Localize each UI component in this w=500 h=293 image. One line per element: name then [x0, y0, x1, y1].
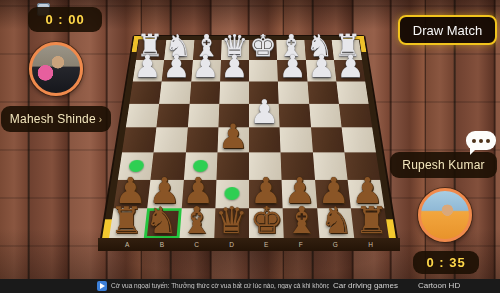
- top-player-timer: 0 : 00: [28, 7, 102, 32]
- square-h2[interactable]: [347, 179, 384, 208]
- square-e5[interactable]: [249, 104, 280, 128]
- square-f2[interactable]: [282, 179, 317, 208]
- chess-board-frame: [101, 36, 397, 245]
- square-c3[interactable]: [183, 153, 217, 180]
- square-a6[interactable]: [129, 81, 161, 103]
- chat-dot: [472, 139, 476, 143]
- square-e8[interactable]: [249, 40, 277, 60]
- square-g6[interactable]: [307, 81, 339, 103]
- square-e1[interactable]: [249, 208, 284, 239]
- ad-link-1[interactable]: Car driving games: [333, 281, 398, 290]
- file-label-H: H: [368, 241, 373, 248]
- chat-dot: [479, 139, 483, 143]
- file-label-B: B: [160, 241, 164, 248]
- square-h5[interactable]: [339, 104, 372, 128]
- draw-match-label: Draw Match: [413, 23, 482, 38]
- top-player-name: Mahesh Shinde: [10, 112, 96, 126]
- square-f3[interactable]: [281, 153, 315, 180]
- chess-board: [109, 40, 389, 239]
- bottom-timer-value: 0 : 35: [426, 255, 465, 270]
- file-label-G: G: [333, 241, 338, 248]
- square-h6[interactable]: [336, 81, 368, 103]
- square-g8[interactable]: [304, 40, 334, 60]
- ad-link-2[interactable]: Cartoon HD: [418, 281, 460, 290]
- square-b4[interactable]: [154, 127, 188, 152]
- square-d6[interactable]: [219, 81, 249, 103]
- bottom-player-avatar: [418, 188, 472, 242]
- square-e3[interactable]: [249, 153, 282, 180]
- square-c2[interactable]: [181, 179, 216, 208]
- square-h4[interactable]: [341, 127, 376, 152]
- square-g7[interactable]: [305, 60, 336, 81]
- chess-game-screen: ABCDEFGH ♜♞♝♛♚♝♞♜♟♟♟♟♟♟♟♟♟♟♟♟♟♟♟♟♜♞♝♛♚♝♞…: [0, 0, 500, 293]
- board-corner-accent-top-right: [342, 36, 366, 52]
- square-c7[interactable]: [191, 60, 221, 81]
- square-b1[interactable]: [144, 208, 181, 239]
- square-d3[interactable]: [216, 153, 249, 180]
- square-c1[interactable]: [179, 208, 215, 239]
- move-hint-dot-c3: [193, 160, 208, 172]
- ad-text[interactable]: Cờ vua ngoại tuyến: Thưởng thức cờ vua b…: [111, 282, 329, 289]
- top-player-avatar: [29, 42, 83, 96]
- square-b5[interactable]: [157, 104, 190, 128]
- chevron-right-icon: ›: [99, 114, 102, 125]
- square-e2[interactable]: [249, 179, 283, 208]
- square-h3[interactable]: [344, 153, 380, 180]
- square-f4[interactable]: [280, 127, 313, 152]
- square-g3[interactable]: [312, 153, 347, 180]
- top-timer-value: 0 : 00: [45, 12, 84, 27]
- square-g4[interactable]: [311, 127, 345, 152]
- square-d8[interactable]: [221, 40, 249, 60]
- board-front-edge: ABCDEFGH: [98, 238, 400, 251]
- square-a4[interactable]: [122, 127, 157, 152]
- square-b2[interactable]: [147, 179, 183, 208]
- bottom-player-name-plate: Rupesh Kumar: [390, 152, 497, 178]
- file-label-A: A: [125, 241, 129, 248]
- draw-match-button[interactable]: Draw Match: [398, 15, 497, 45]
- square-g5[interactable]: [309, 104, 342, 128]
- square-f1[interactable]: [283, 208, 319, 239]
- square-e4[interactable]: [249, 127, 281, 152]
- square-c6[interactable]: [189, 81, 220, 103]
- square-c8[interactable]: [193, 40, 222, 60]
- file-label-E: E: [264, 241, 268, 248]
- square-f6[interactable]: [278, 81, 309, 103]
- square-c4[interactable]: [186, 127, 219, 152]
- square-f8[interactable]: [276, 40, 305, 60]
- bottom-player-name: Rupesh Kumar: [402, 158, 484, 172]
- file-labels: ABCDEFGH: [98, 238, 400, 251]
- square-h7[interactable]: [334, 60, 365, 81]
- square-b7[interactable]: [162, 60, 193, 81]
- square-d5[interactable]: [218, 104, 249, 128]
- square-d4[interactable]: [217, 127, 249, 152]
- square-e7[interactable]: [249, 60, 278, 81]
- top-player-name-plate: Mahesh Shinde ›: [1, 106, 111, 132]
- square-b8[interactable]: [164, 40, 194, 60]
- square-f5[interactable]: [279, 104, 311, 128]
- board-corner-accent-top-left: [132, 36, 156, 52]
- square-e6[interactable]: [249, 81, 279, 103]
- square-b3[interactable]: [151, 153, 186, 180]
- square-d7[interactable]: [220, 60, 249, 81]
- file-label-D: D: [229, 241, 234, 248]
- square-a3[interactable]: [118, 153, 154, 180]
- move-hint-dot-d2: [225, 187, 240, 200]
- square-a7[interactable]: [133, 60, 164, 81]
- move-hint-dot-a3: [128, 160, 144, 172]
- square-a5[interactable]: [126, 104, 159, 128]
- bottom-player-timer: 0 : 35: [413, 251, 479, 274]
- ad-play-icon: [97, 281, 107, 291]
- square-g1[interactable]: [317, 208, 354, 239]
- square-d2[interactable]: [215, 179, 249, 208]
- square-d1[interactable]: [214, 208, 249, 239]
- chat-dot: [486, 139, 490, 143]
- file-label-F: F: [299, 241, 303, 248]
- square-g2[interactable]: [315, 179, 351, 208]
- square-c5[interactable]: [187, 104, 219, 128]
- square-f7[interactable]: [277, 60, 307, 81]
- file-label-C: C: [194, 241, 199, 248]
- square-b6[interactable]: [159, 81, 191, 103]
- chat-bubble-icon[interactable]: [466, 131, 496, 150]
- ad-banner[interactable]: Cờ vua ngoại tuyến: Thưởng thức cờ vua b…: [0, 279, 500, 293]
- square-a2[interactable]: [114, 179, 151, 208]
